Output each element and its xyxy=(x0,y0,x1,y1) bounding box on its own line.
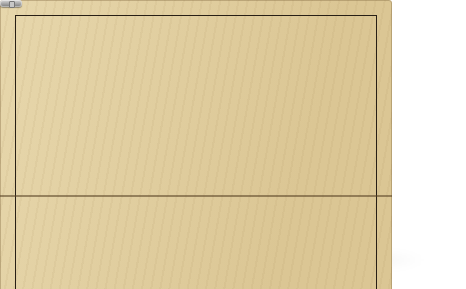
playfield-border xyxy=(15,15,377,289)
metal-clasp-icon xyxy=(0,0,22,7)
board-grid xyxy=(20,20,372,289)
chess-board xyxy=(0,0,392,289)
chess-set-photo xyxy=(0,0,466,289)
fold-seam xyxy=(0,195,392,197)
board-frame xyxy=(0,0,392,289)
